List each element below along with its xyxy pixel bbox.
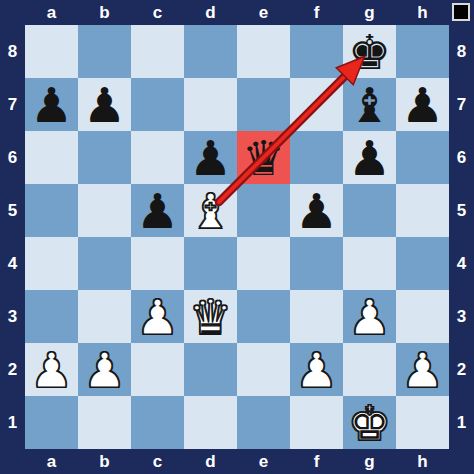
piece-black-king: ♚ [343,25,396,78]
square-a5[interactable] [25,184,78,237]
square-f8[interactable] [290,25,343,78]
square-g6[interactable]: ♟ [343,131,396,184]
side-to-move-indicator [452,3,470,21]
file-label-top-h: h [396,0,449,25]
square-d2[interactable] [184,343,237,396]
square-e2[interactable] [237,343,290,396]
rank-label-left-4: 4 [0,237,25,290]
piece-white-pawn: ♟ [343,290,396,343]
square-c6[interactable] [131,131,184,184]
square-a3[interactable] [25,290,78,343]
file-label-top-e: e [237,0,290,25]
square-d4[interactable] [184,237,237,290]
rank-label-left-1: 1 [0,396,25,449]
square-f7[interactable] [290,78,343,131]
square-c2[interactable] [131,343,184,396]
file-label-top-d: d [184,0,237,25]
piece-white-pawn: ♟ [131,290,184,343]
rank-label-right-3: 3 [449,290,474,343]
square-g5[interactable] [343,184,396,237]
file-label-bottom-d: d [184,449,237,474]
square-e6[interactable]: ♛ [237,131,290,184]
piece-white-bishop: ♝ [184,184,237,237]
piece-black-bishop: ♝ [343,78,396,131]
square-c5[interactable]: ♟ [131,184,184,237]
square-a7[interactable]: ♟ [25,78,78,131]
square-f2[interactable]: ♟ [290,343,343,396]
square-b1[interactable] [78,396,131,449]
piece-white-pawn: ♟ [25,343,78,396]
piece-white-pawn: ♟ [396,343,449,396]
square-h4[interactable] [396,237,449,290]
chessboard-frame: ♚♟♟♝♟♟♛♟♟♝♟♟♛♟♟♟♟♟♚ aabbccddeeffgghh8877… [0,0,474,474]
piece-black-pawn: ♟ [343,131,396,184]
square-b6[interactable] [78,131,131,184]
square-b2[interactable]: ♟ [78,343,131,396]
rank-label-right-2: 2 [449,343,474,396]
file-label-top-b: b [78,0,131,25]
piece-white-pawn: ♟ [78,343,131,396]
rank-label-right-1: 1 [449,396,474,449]
square-b8[interactable] [78,25,131,78]
square-g1[interactable]: ♚ [343,396,396,449]
square-b5[interactable] [78,184,131,237]
file-label-top-a: a [25,0,78,25]
square-d8[interactable] [184,25,237,78]
square-a2[interactable]: ♟ [25,343,78,396]
square-a6[interactable] [25,131,78,184]
square-f3[interactable] [290,290,343,343]
square-e7[interactable] [237,78,290,131]
square-a8[interactable] [25,25,78,78]
square-f4[interactable] [290,237,343,290]
square-h8[interactable] [396,25,449,78]
square-c8[interactable] [131,25,184,78]
piece-black-queen: ♛ [237,131,290,184]
rank-label-left-6: 6 [0,131,25,184]
square-h1[interactable] [396,396,449,449]
square-a4[interactable] [25,237,78,290]
square-e4[interactable] [237,237,290,290]
rank-label-right-7: 7 [449,78,474,131]
square-d1[interactable] [184,396,237,449]
square-h3[interactable] [396,290,449,343]
square-g3[interactable]: ♟ [343,290,396,343]
rank-label-right-6: 6 [449,131,474,184]
file-label-bottom-f: f [290,449,343,474]
square-f1[interactable] [290,396,343,449]
square-d3[interactable]: ♛ [184,290,237,343]
square-b7[interactable]: ♟ [78,78,131,131]
square-c1[interactable] [131,396,184,449]
rank-label-left-2: 2 [0,343,25,396]
file-label-bottom-g: g [343,449,396,474]
rank-label-left-8: 8 [0,25,25,78]
piece-black-pawn: ♟ [25,78,78,131]
square-g2[interactable] [343,343,396,396]
square-e5[interactable] [237,184,290,237]
square-g7[interactable]: ♝ [343,78,396,131]
rank-label-left-5: 5 [0,184,25,237]
square-d7[interactable] [184,78,237,131]
square-e1[interactable] [237,396,290,449]
rank-label-right-8: 8 [449,25,474,78]
rank-label-right-5: 5 [449,184,474,237]
file-label-bottom-a: a [25,449,78,474]
piece-black-pawn: ♟ [131,184,184,237]
piece-white-king: ♚ [343,396,396,449]
square-c3[interactable]: ♟ [131,290,184,343]
rank-label-left-7: 7 [0,78,25,131]
piece-black-pawn: ♟ [184,131,237,184]
square-h5[interactable] [396,184,449,237]
file-label-top-c: c [131,0,184,25]
file-label-top-g: g [343,0,396,25]
file-label-bottom-e: e [237,449,290,474]
square-e3[interactable] [237,290,290,343]
square-h2[interactable]: ♟ [396,343,449,396]
square-a1[interactable] [25,396,78,449]
square-g8[interactable]: ♚ [343,25,396,78]
square-h6[interactable] [396,131,449,184]
piece-black-pawn: ♟ [290,184,343,237]
square-f5[interactable]: ♟ [290,184,343,237]
square-d5[interactable]: ♝ [184,184,237,237]
square-c7[interactable] [131,78,184,131]
file-label-bottom-h: h [396,449,449,474]
square-h7[interactable]: ♟ [396,78,449,131]
square-c4[interactable] [131,237,184,290]
square-b4[interactable] [78,237,131,290]
file-label-bottom-b: b [78,449,131,474]
rank-label-left-3: 3 [0,290,25,343]
piece-black-pawn: ♟ [78,78,131,131]
square-f6[interactable] [290,131,343,184]
square-g4[interactable] [343,237,396,290]
piece-white-queen: ♛ [184,290,237,343]
square-b3[interactable] [78,290,131,343]
square-d6[interactable]: ♟ [184,131,237,184]
file-label-top-f: f [290,0,343,25]
piece-white-pawn: ♟ [290,343,343,396]
chess-board: ♚♟♟♝♟♟♛♟♟♝♟♟♛♟♟♟♟♟♚ [25,25,449,449]
square-e8[interactable] [237,25,290,78]
piece-black-pawn: ♟ [396,78,449,131]
file-label-bottom-c: c [131,449,184,474]
rank-label-right-4: 4 [449,237,474,290]
